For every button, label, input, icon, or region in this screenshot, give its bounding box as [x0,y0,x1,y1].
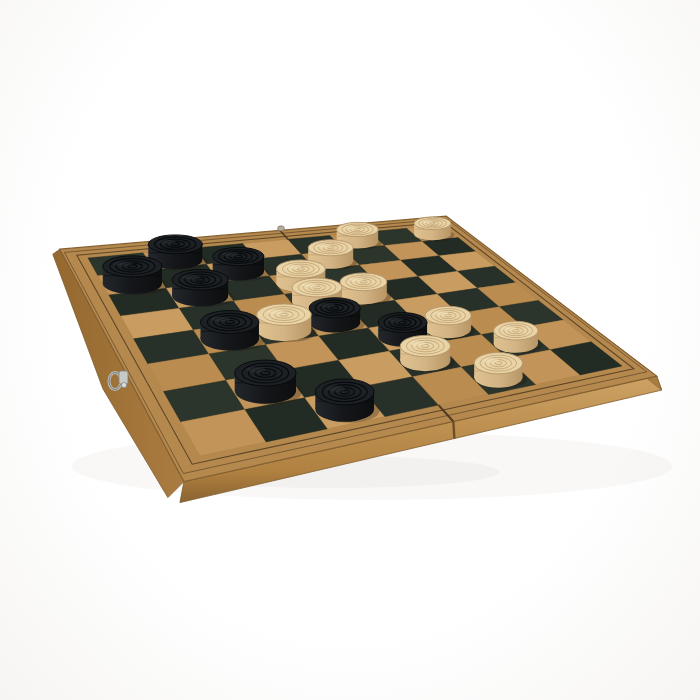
checkers-board-photo [0,0,700,700]
checker-piece-dark-c3r8[interactable] [315,379,379,423]
metal-clasp [121,382,126,387]
checker-piece-dark-c4r5[interactable] [309,298,365,334]
checker-piece-light-c3r5[interactable] [257,304,317,342]
checker-piece-dark-c2r7[interactable] [235,360,302,405]
checker-piece-light-c5r7[interactable] [400,335,455,372]
checker-piece-dark-c2r5[interactable] [200,311,264,352]
hinge-icon [278,226,285,231]
checker-piece-light-c6r8[interactable] [474,353,527,389]
checker-piece-dark-c1r2[interactable] [103,256,168,295]
checker-piece-dark-c2r3[interactable] [172,269,233,307]
metal-clasp [119,371,128,384]
checker-piece-light-c8r1[interactable] [414,217,454,242]
scene [0,0,700,700]
fold-seam-face [453,421,454,438]
checker-piece-light-c7r7[interactable] [494,321,542,354]
checker-piece-light-c6r6[interactable] [425,306,475,339]
